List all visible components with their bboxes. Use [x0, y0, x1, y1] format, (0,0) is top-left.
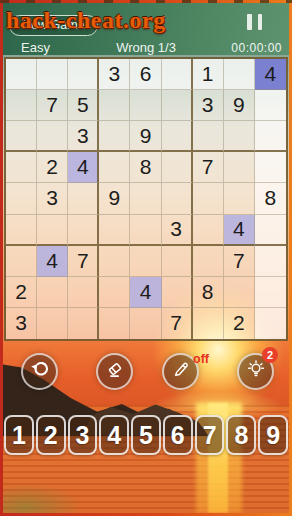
cell-r7c4[interactable] [99, 246, 130, 277]
cell-r1c8[interactable] [224, 59, 255, 90]
cell-r8c7[interactable]: 8 [193, 277, 224, 308]
cell-r9c9[interactable] [255, 308, 286, 339]
cell-r4c2[interactable]: 2 [37, 152, 68, 183]
cell-r7c7[interactable] [193, 246, 224, 277]
cell-r3c2[interactable] [37, 121, 68, 152]
cell-r9c6[interactable]: 7 [162, 308, 193, 339]
lightbulb-icon [245, 359, 267, 385]
pause-icon[interactable] [247, 14, 262, 30]
cell-r5c6[interactable] [162, 183, 193, 214]
cell-r7c9[interactable] [255, 246, 286, 277]
cell-r9c4[interactable] [99, 308, 130, 339]
cell-r9c7[interactable] [193, 308, 224, 339]
cell-r5c5[interactable] [130, 183, 161, 214]
cell-r8c2[interactable] [37, 277, 68, 308]
cell-r3c4[interactable] [99, 121, 130, 152]
numpad-button-8[interactable]: 8 [226, 415, 256, 455]
numpad-button-6[interactable]: 6 [163, 415, 193, 455]
cell-r8c9[interactable] [255, 277, 286, 308]
sudoku-app-screen: New Game Easy Wrong 1/3 00:00:00 hack-ch… [3, 3, 289, 513]
numpad-button-7[interactable]: 7 [195, 415, 225, 455]
difficulty-label: Easy [21, 40, 50, 55]
cell-r5c1[interactable] [6, 183, 37, 214]
cell-r5c7[interactable] [193, 183, 224, 214]
cell-r8c4[interactable] [99, 277, 130, 308]
cell-r6c6[interactable]: 3 [162, 215, 193, 246]
cell-r8c3[interactable] [68, 277, 99, 308]
cell-r8c8[interactable] [224, 277, 255, 308]
cell-r3c9[interactable] [255, 121, 286, 152]
cell-r7c2[interactable]: 4 [37, 246, 68, 277]
cell-r9c2[interactable] [37, 308, 68, 339]
cell-r4c7[interactable]: 7 [193, 152, 224, 183]
numpad-button-2[interactable]: 2 [36, 415, 66, 455]
cell-r1c1[interactable] [6, 59, 37, 90]
watermark-text: hack-cheat.org [6, 7, 166, 34]
cell-r9c5[interactable] [130, 308, 161, 339]
cell-r3c5[interactable]: 9 [130, 121, 161, 152]
cell-r5c2[interactable]: 3 [37, 183, 68, 214]
cell-r5c9[interactable]: 8 [255, 183, 286, 214]
cell-r8c1[interactable]: 2 [6, 277, 37, 308]
cell-r7c1[interactable] [6, 246, 37, 277]
cell-r7c3[interactable]: 7 [68, 246, 99, 277]
cell-r5c3[interactable] [68, 183, 99, 214]
cell-r2c8[interactable]: 9 [224, 90, 255, 121]
cell-r2c4[interactable] [99, 90, 130, 121]
cell-r4c5[interactable]: 8 [130, 152, 161, 183]
cell-r4c3[interactable]: 4 [68, 152, 99, 183]
cell-r6c2[interactable] [37, 215, 68, 246]
cell-r2c3[interactable]: 5 [68, 90, 99, 121]
cell-r2c6[interactable] [162, 90, 193, 121]
cell-r8c6[interactable] [162, 277, 193, 308]
timer: 00:00:00 [231, 41, 282, 55]
cell-r1c5[interactable]: 6 [130, 59, 161, 90]
cell-r1c6[interactable] [162, 59, 193, 90]
numpad-button-1[interactable]: 1 [4, 415, 34, 455]
cell-r7c5[interactable] [130, 246, 161, 277]
cell-r2c9[interactable] [255, 90, 286, 121]
numpad-button-4[interactable]: 4 [99, 415, 129, 455]
eraser-icon [104, 359, 126, 385]
cell-r2c5[interactable] [130, 90, 161, 121]
cell-r4c4[interactable] [99, 152, 130, 183]
cell-r6c1[interactable] [6, 215, 37, 246]
cell-r5c8[interactable] [224, 183, 255, 214]
cell-r4c1[interactable] [6, 152, 37, 183]
cell-r6c4[interactable] [99, 215, 130, 246]
cell-r9c1[interactable]: 3 [6, 308, 37, 339]
cell-r2c7[interactable]: 3 [193, 90, 224, 121]
cell-r7c8[interactable]: 7 [224, 246, 255, 277]
numpad-button-5[interactable]: 5 [131, 415, 161, 455]
cell-r3c8[interactable] [224, 121, 255, 152]
cell-r6c3[interactable] [68, 215, 99, 246]
cell-r6c7[interactable] [193, 215, 224, 246]
cell-r6c5[interactable] [130, 215, 161, 246]
cell-r1c9[interactable]: 4 [255, 59, 286, 90]
numpad-button-3[interactable]: 3 [68, 415, 98, 455]
moss-patch [3, 485, 78, 513]
cell-r4c6[interactable] [162, 152, 193, 183]
sudoku-grid[interactable]: 3614753939248739834477248372 [4, 57, 288, 341]
watermark-frame: New Game Easy Wrong 1/3 00:00:00 hack-ch… [0, 0, 292, 516]
cell-r9c3[interactable] [68, 308, 99, 339]
numpad-button-9[interactable]: 9 [258, 415, 288, 455]
cell-r3c1[interactable] [6, 121, 37, 152]
cell-r9c8[interactable]: 2 [224, 308, 255, 339]
cell-r8c5[interactable]: 4 [130, 277, 161, 308]
cell-r4c9[interactable] [255, 152, 286, 183]
pencil-mode-label: off [193, 352, 209, 366]
cell-r2c2[interactable]: 7 [37, 90, 68, 121]
undo-icon [29, 359, 51, 385]
cell-r7c6[interactable] [162, 246, 193, 277]
cell-r1c4[interactable]: 3 [99, 59, 130, 90]
cell-r3c7[interactable] [193, 121, 224, 152]
cell-r1c2[interactable] [37, 59, 68, 90]
cell-r5c4[interactable]: 9 [99, 183, 130, 214]
pencil-icon [170, 359, 192, 385]
cell-r6c8[interactable]: 4 [224, 215, 255, 246]
cell-r1c3[interactable] [68, 59, 99, 90]
hint-count-badge: 2 [262, 347, 278, 363]
cell-r3c6[interactable] [162, 121, 193, 152]
cell-r3c3[interactable]: 3 [68, 121, 99, 152]
eraser-button[interactable] [96, 353, 133, 390]
cell-r1c7[interactable]: 1 [193, 59, 224, 90]
undo-button[interactable] [21, 353, 58, 390]
wrong-counter: Wrong 1/3 [116, 40, 176, 55]
number-pad: 123456789 [4, 415, 288, 455]
cell-r6c9[interactable] [255, 215, 286, 246]
cell-r4c8[interactable] [224, 152, 255, 183]
cell-r2c1[interactable] [6, 90, 37, 121]
